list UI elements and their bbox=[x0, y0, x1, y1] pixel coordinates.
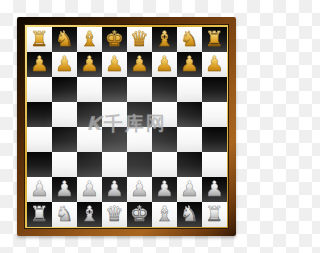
square-h1: ♜ bbox=[202, 202, 227, 227]
square-e3 bbox=[127, 152, 152, 177]
piece-gold-pawn: ♟ bbox=[55, 52, 74, 77]
chess-board: ♜♞♝♚♛♝♞♜♟♟♟♟♟♟♟♟♟♟♟♟♟♟♟♟♜♞♝♛♚♝♞♜ bbox=[27, 27, 227, 227]
square-a3 bbox=[27, 152, 52, 177]
piece-silver-pawn: ♟ bbox=[80, 177, 99, 202]
square-f1: ♝ bbox=[152, 202, 177, 227]
square-d8: ♚ bbox=[102, 27, 127, 52]
piece-gold-knight: ♞ bbox=[55, 27, 74, 52]
square-e2: ♟ bbox=[127, 177, 152, 202]
piece-gold-king: ♚ bbox=[105, 27, 124, 52]
square-f6 bbox=[152, 77, 177, 102]
square-h3 bbox=[202, 152, 227, 177]
square-f8: ♝ bbox=[152, 27, 177, 52]
square-b8: ♞ bbox=[52, 27, 77, 52]
square-c6 bbox=[77, 77, 102, 102]
square-h2: ♟ bbox=[202, 177, 227, 202]
piece-gold-rook: ♜ bbox=[30, 27, 49, 52]
square-c1: ♝ bbox=[77, 202, 102, 227]
square-c5 bbox=[77, 102, 102, 127]
square-g2: ♟ bbox=[177, 177, 202, 202]
square-e7: ♟ bbox=[127, 52, 152, 77]
square-f3 bbox=[152, 152, 177, 177]
square-c3 bbox=[77, 152, 102, 177]
square-d7: ♟ bbox=[102, 52, 127, 77]
square-g1: ♞ bbox=[177, 202, 202, 227]
square-a7: ♟ bbox=[27, 52, 52, 77]
piece-silver-knight: ♞ bbox=[55, 202, 74, 227]
square-c4 bbox=[77, 127, 102, 152]
piece-silver-rook: ♜ bbox=[205, 202, 224, 227]
piece-silver-pawn: ♟ bbox=[155, 177, 174, 202]
piece-silver-rook: ♜ bbox=[30, 202, 49, 227]
piece-gold-bishop: ♝ bbox=[155, 27, 174, 52]
square-a8: ♜ bbox=[27, 27, 52, 52]
piece-silver-pawn: ♟ bbox=[105, 177, 124, 202]
piece-gold-knight: ♞ bbox=[180, 27, 199, 52]
piece-silver-pawn: ♟ bbox=[180, 177, 199, 202]
square-b5 bbox=[52, 102, 77, 127]
square-f2: ♟ bbox=[152, 177, 177, 202]
piece-silver-bishop: ♝ bbox=[80, 202, 99, 227]
square-h8: ♜ bbox=[202, 27, 227, 52]
piece-gold-pawn: ♟ bbox=[105, 52, 124, 77]
piece-gold-pawn: ♟ bbox=[30, 52, 49, 77]
square-c8: ♝ bbox=[77, 27, 102, 52]
square-g6 bbox=[177, 77, 202, 102]
square-b2: ♟ bbox=[52, 177, 77, 202]
piece-silver-bishop: ♝ bbox=[155, 202, 174, 227]
square-b7: ♟ bbox=[52, 52, 77, 77]
square-h4 bbox=[202, 127, 227, 152]
piece-silver-pawn: ♟ bbox=[30, 177, 49, 202]
piece-gold-queen: ♛ bbox=[130, 27, 149, 52]
square-a2: ♟ bbox=[27, 177, 52, 202]
piece-gold-pawn: ♟ bbox=[80, 52, 99, 77]
square-d6 bbox=[102, 77, 127, 102]
piece-silver-king: ♚ bbox=[130, 202, 149, 227]
square-a1: ♜ bbox=[27, 202, 52, 227]
square-h5 bbox=[202, 102, 227, 127]
piece-gold-rook: ♜ bbox=[205, 27, 224, 52]
square-e6 bbox=[127, 77, 152, 102]
square-d3 bbox=[102, 152, 127, 177]
square-e4 bbox=[127, 127, 152, 152]
square-f7: ♟ bbox=[152, 52, 177, 77]
square-g8: ♞ bbox=[177, 27, 202, 52]
square-g4 bbox=[177, 127, 202, 152]
square-a5 bbox=[27, 102, 52, 127]
square-c2: ♟ bbox=[77, 177, 102, 202]
square-e1: ♚ bbox=[127, 202, 152, 227]
piece-gold-bishop: ♝ bbox=[80, 27, 99, 52]
piece-gold-pawn: ♟ bbox=[130, 52, 149, 77]
piece-silver-pawn: ♟ bbox=[55, 177, 74, 202]
square-e5 bbox=[127, 102, 152, 127]
piece-silver-knight: ♞ bbox=[180, 202, 199, 227]
board-frame: ♜♞♝♚♛♝♞♜♟♟♟♟♟♟♟♟♟♟♟♟♟♟♟♟♜♞♝♛♚♝♞♜ bbox=[17, 17, 236, 236]
piece-silver-pawn: ♟ bbox=[130, 177, 149, 202]
square-f4 bbox=[152, 127, 177, 152]
square-f5 bbox=[152, 102, 177, 127]
piece-gold-pawn: ♟ bbox=[205, 52, 224, 77]
piece-gold-pawn: ♟ bbox=[155, 52, 174, 77]
square-b3 bbox=[52, 152, 77, 177]
square-b4 bbox=[52, 127, 77, 152]
square-e8: ♛ bbox=[127, 27, 152, 52]
piece-gold-pawn: ♟ bbox=[180, 52, 199, 77]
chess-illustration: ♜♞♝♚♛♝♞♜♟♟♟♟♟♟♟♟♟♟♟♟♟♟♟♟♜♞♝♛♚♝♞♜ K千库网 bbox=[0, 0, 253, 253]
square-d1: ♛ bbox=[102, 202, 127, 227]
piece-silver-pawn: ♟ bbox=[205, 177, 224, 202]
square-d2: ♟ bbox=[102, 177, 127, 202]
square-d4 bbox=[102, 127, 127, 152]
piece-silver-queen: ♛ bbox=[105, 202, 124, 227]
square-g7: ♟ bbox=[177, 52, 202, 77]
square-a6 bbox=[27, 77, 52, 102]
square-h7: ♟ bbox=[202, 52, 227, 77]
square-b1: ♞ bbox=[52, 202, 77, 227]
square-c7: ♟ bbox=[77, 52, 102, 77]
square-b6 bbox=[52, 77, 77, 102]
square-g5 bbox=[177, 102, 202, 127]
square-d5 bbox=[102, 102, 127, 127]
square-h6 bbox=[202, 77, 227, 102]
square-g3 bbox=[177, 152, 202, 177]
square-a4 bbox=[27, 127, 52, 152]
